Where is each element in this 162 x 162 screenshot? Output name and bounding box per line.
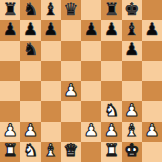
square-d8[interactable]: ♛	[61, 0, 81, 20]
square-g4[interactable]	[122, 81, 142, 101]
white-bishop-icon: ♝	[124, 122, 139, 139]
square-f3[interactable]: ♞	[101, 101, 121, 121]
white-pawn-icon: ♟	[3, 122, 18, 139]
square-b2[interactable]: ♟	[20, 122, 40, 142]
black-pawn-icon: ♟	[23, 21, 38, 38]
square-f6[interactable]	[101, 41, 121, 61]
square-e5[interactable]	[81, 61, 101, 81]
square-h7[interactable]: ♟	[142, 20, 162, 40]
white-bishop-icon: ♝	[43, 142, 58, 159]
square-b6[interactable]: ♞	[20, 41, 40, 61]
square-b1[interactable]: ♞	[20, 142, 40, 162]
black-bishop-icon: ♝	[43, 1, 58, 18]
square-e7[interactable]: ♟	[81, 20, 101, 40]
square-e1[interactable]	[81, 142, 101, 162]
square-g1[interactable]: ♚	[122, 142, 142, 162]
square-a6[interactable]	[0, 41, 20, 61]
square-f7[interactable]: ♟	[101, 20, 121, 40]
square-e4[interactable]	[81, 81, 101, 101]
black-pawn-icon: ♟	[124, 41, 139, 58]
black-queen-icon: ♛	[63, 1, 78, 18]
square-g5[interactable]	[122, 61, 142, 81]
square-h1[interactable]	[142, 142, 162, 162]
square-a1[interactable]: ♜	[0, 142, 20, 162]
square-b3[interactable]	[20, 101, 40, 121]
square-d3[interactable]	[61, 101, 81, 121]
square-g8[interactable]: ♚	[122, 0, 142, 20]
square-b4[interactable]	[20, 81, 40, 101]
square-d6[interactable]	[61, 41, 81, 61]
white-pawn-icon: ♟	[84, 122, 99, 139]
square-b7[interactable]: ♟	[20, 20, 40, 40]
white-pawn-icon: ♟	[104, 122, 119, 139]
square-g6[interactable]: ♟	[122, 41, 142, 61]
black-pawn-icon: ♟	[144, 21, 159, 38]
square-f1[interactable]: ♜	[101, 142, 121, 162]
square-c7[interactable]: ♟	[41, 20, 61, 40]
square-g3[interactable]: ♟	[122, 101, 142, 121]
black-pawn-icon: ♟	[104, 21, 119, 38]
square-h3[interactable]	[142, 101, 162, 121]
square-a8[interactable]: ♜	[0, 0, 20, 20]
square-c6[interactable]	[41, 41, 61, 61]
white-king-icon: ♚	[124, 142, 139, 159]
white-queen-icon: ♛	[63, 142, 78, 159]
square-f4[interactable]	[101, 81, 121, 101]
square-h4[interactable]	[142, 81, 162, 101]
black-pawn-icon: ♟	[43, 21, 58, 38]
square-a7[interactable]: ♟	[0, 20, 20, 40]
square-h8[interactable]	[142, 0, 162, 20]
square-b8[interactable]: ♞	[20, 0, 40, 20]
square-g7[interactable]: ♝	[122, 20, 142, 40]
white-rook-icon: ♜	[3, 142, 18, 159]
black-king-icon: ♚	[124, 1, 139, 18]
black-rook-icon: ♜	[3, 1, 18, 18]
square-h2[interactable]: ♟	[142, 122, 162, 142]
square-a5[interactable]	[0, 61, 20, 81]
white-pawn-icon: ♟	[124, 102, 139, 119]
square-a3[interactable]	[0, 101, 20, 121]
square-c5[interactable]	[41, 61, 61, 81]
white-rook-icon: ♜	[104, 142, 119, 159]
square-e6[interactable]	[81, 41, 101, 61]
square-d5[interactable]	[61, 61, 81, 81]
square-b5[interactable]	[20, 61, 40, 81]
black-pawn-icon: ♟	[3, 21, 18, 38]
square-c1[interactable]: ♝	[41, 142, 61, 162]
square-c8[interactable]: ♝	[41, 0, 61, 20]
square-d7[interactable]	[61, 20, 81, 40]
square-f5[interactable]	[101, 61, 121, 81]
square-e2[interactable]: ♟	[81, 122, 101, 142]
square-h5[interactable]	[142, 61, 162, 81]
square-g2[interactable]: ♝	[122, 122, 142, 142]
square-e3[interactable]	[81, 101, 101, 121]
square-a2[interactable]: ♟	[0, 122, 20, 142]
square-d2[interactable]	[61, 122, 81, 142]
square-e8[interactable]	[81, 0, 101, 20]
square-f2[interactable]: ♟	[101, 122, 121, 142]
square-h6[interactable]	[142, 41, 162, 61]
black-bishop-icon: ♝	[124, 21, 139, 38]
square-f8[interactable]: ♜	[101, 0, 121, 20]
square-d4[interactable]: ♟	[61, 81, 81, 101]
square-c2[interactable]	[41, 122, 61, 142]
square-d1[interactable]: ♛	[61, 142, 81, 162]
black-pawn-icon: ♟	[84, 21, 99, 38]
white-pawn-icon: ♟	[23, 122, 38, 139]
chess-board: ♜♞♝♛♜♚♟♟♟♟♟♝♟♞♟♟♞♟♟♟♟♟♝♟♜♞♝♛♜♚	[0, 0, 162, 162]
black-knight-icon: ♞	[23, 1, 38, 18]
white-knight-icon: ♞	[23, 142, 38, 159]
black-rook-icon: ♜	[104, 1, 119, 18]
square-c4[interactable]	[41, 81, 61, 101]
white-knight-icon: ♞	[104, 102, 119, 119]
white-pawn-icon: ♟	[144, 122, 159, 139]
square-a4[interactable]	[0, 81, 20, 101]
square-c3[interactable]	[41, 101, 61, 121]
black-knight-icon: ♞	[23, 41, 38, 58]
white-pawn-icon: ♟	[63, 82, 78, 99]
